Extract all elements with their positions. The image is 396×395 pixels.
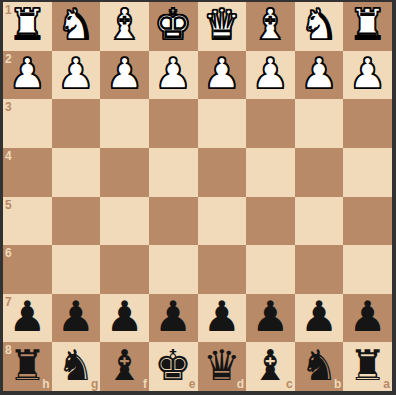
square-g5[interactable]: [52, 197, 101, 246]
chess-board: ♜1♞♝♚♛♝♞♜♟2♟♟♟♟♟♟♟3456♟7♟♟♟♟♟♟♟♜8h♞g♝f♚e…: [3, 2, 392, 391]
piece-black-king[interactable]: ♚: [154, 345, 192, 387]
square-b4[interactable]: [295, 148, 344, 197]
piece-white-knight[interactable]: ♞: [300, 4, 338, 46]
square-h6[interactable]: 6: [3, 245, 52, 294]
square-h3[interactable]: 3: [3, 99, 52, 148]
square-a5[interactable]: [343, 197, 392, 246]
square-b5[interactable]: [295, 197, 344, 246]
piece-black-pawn[interactable]: ♟: [8, 296, 46, 338]
square-e5[interactable]: [149, 197, 198, 246]
square-c2[interactable]: ♟: [246, 51, 295, 100]
piece-white-pawn[interactable]: ♟: [349, 53, 387, 95]
file-label-d: d: [237, 378, 244, 390]
square-c8[interactable]: ♝c: [246, 342, 295, 391]
square-g2[interactable]: ♟: [52, 51, 101, 100]
square-b3[interactable]: [295, 99, 344, 148]
square-g3[interactable]: [52, 99, 101, 148]
square-d7[interactable]: ♟: [198, 294, 247, 343]
square-a4[interactable]: [343, 148, 392, 197]
piece-black-pawn[interactable]: ♟: [300, 296, 338, 338]
rank-label-7: 7: [5, 296, 12, 308]
square-e7[interactable]: ♟: [149, 294, 198, 343]
board-frame: ♜1♞♝♚♛♝♞♜♟2♟♟♟♟♟♟♟3456♟7♟♟♟♟♟♟♟♜8h♞g♝f♚e…: [0, 0, 396, 395]
piece-white-rook[interactable]: ♜: [8, 4, 46, 46]
piece-black-bishop[interactable]: ♝: [106, 345, 144, 387]
square-f3[interactable]: [100, 99, 149, 148]
square-e3[interactable]: [149, 99, 198, 148]
square-b2[interactable]: ♟: [295, 51, 344, 100]
rank-label-5: 5: [5, 199, 12, 211]
piece-white-king[interactable]: ♚: [154, 4, 192, 46]
square-e4[interactable]: [149, 148, 198, 197]
piece-white-knight[interactable]: ♞: [57, 4, 95, 46]
square-d8[interactable]: ♛d: [198, 342, 247, 391]
piece-white-queen[interactable]: ♛: [203, 4, 241, 46]
square-d4[interactable]: [198, 148, 247, 197]
square-h5[interactable]: 5: [3, 197, 52, 246]
rank-label-2: 2: [5, 53, 12, 65]
square-e2[interactable]: ♟: [149, 51, 198, 100]
square-h4[interactable]: 4: [3, 148, 52, 197]
piece-white-rook[interactable]: ♜: [349, 4, 387, 46]
square-e6[interactable]: [149, 245, 198, 294]
file-label-e: e: [189, 378, 196, 390]
piece-white-pawn[interactable]: ♟: [252, 53, 290, 95]
square-f4[interactable]: [100, 148, 149, 197]
square-f7[interactable]: ♟: [100, 294, 149, 343]
piece-white-pawn[interactable]: ♟: [57, 53, 95, 95]
square-e1[interactable]: ♚: [149, 2, 198, 51]
piece-white-pawn[interactable]: ♟: [203, 53, 241, 95]
rank-label-1: 1: [5, 4, 12, 16]
piece-black-rook[interactable]: ♜: [349, 345, 387, 387]
square-g8[interactable]: ♞g: [52, 342, 101, 391]
square-b6[interactable]: [295, 245, 344, 294]
square-d6[interactable]: [198, 245, 247, 294]
piece-black-bishop[interactable]: ♝: [252, 345, 290, 387]
square-g7[interactable]: ♟: [52, 294, 101, 343]
square-d5[interactable]: [198, 197, 247, 246]
piece-black-queen[interactable]: ♛: [203, 345, 241, 387]
square-a2[interactable]: ♟: [343, 51, 392, 100]
file-label-h: h: [42, 378, 49, 390]
square-c5[interactable]: [246, 197, 295, 246]
square-c7[interactable]: ♟: [246, 294, 295, 343]
piece-black-pawn[interactable]: ♟: [154, 296, 192, 338]
rank-label-4: 4: [5, 150, 12, 162]
square-f1[interactable]: ♝: [100, 2, 149, 51]
piece-white-pawn[interactable]: ♟: [106, 53, 144, 95]
rank-label-6: 6: [5, 247, 12, 259]
piece-white-bishop[interactable]: ♝: [252, 4, 290, 46]
piece-black-knight[interactable]: ♞: [57, 345, 95, 387]
piece-black-pawn[interactable]: ♟: [252, 296, 290, 338]
square-e8[interactable]: ♚e: [149, 342, 198, 391]
square-h8[interactable]: ♜8h: [3, 342, 52, 391]
square-g6[interactable]: [52, 245, 101, 294]
piece-black-pawn[interactable]: ♟: [349, 296, 387, 338]
square-b1[interactable]: ♞: [295, 2, 344, 51]
piece-white-pawn[interactable]: ♟: [154, 53, 192, 95]
square-c6[interactable]: [246, 245, 295, 294]
square-h1[interactable]: ♜1: [3, 2, 52, 51]
piece-black-pawn[interactable]: ♟: [106, 296, 144, 338]
square-d2[interactable]: ♟: [198, 51, 247, 100]
square-f5[interactable]: [100, 197, 149, 246]
square-d3[interactable]: [198, 99, 247, 148]
square-h7[interactable]: ♟7: [3, 294, 52, 343]
square-b7[interactable]: ♟: [295, 294, 344, 343]
square-d1[interactable]: ♛: [198, 2, 247, 51]
square-a7[interactable]: ♟: [343, 294, 392, 343]
file-label-a: a: [383, 378, 390, 390]
file-label-c: c: [286, 378, 293, 390]
square-c1[interactable]: ♝: [246, 2, 295, 51]
piece-black-pawn[interactable]: ♟: [203, 296, 241, 338]
piece-black-pawn[interactable]: ♟: [57, 296, 95, 338]
rank-label-8: 8: [5, 344, 12, 356]
piece-white-pawn[interactable]: ♟: [300, 53, 338, 95]
square-h2[interactable]: ♟2: [3, 51, 52, 100]
square-g1[interactable]: ♞: [52, 2, 101, 51]
square-b8[interactable]: ♞b: [295, 342, 344, 391]
piece-black-rook[interactable]: ♜: [8, 345, 46, 387]
square-f6[interactable]: [100, 245, 149, 294]
square-g4[interactable]: [52, 148, 101, 197]
file-label-g: g: [91, 378, 98, 390]
rank-label-3: 3: [5, 101, 12, 113]
square-f2[interactable]: ♟: [100, 51, 149, 100]
piece-black-knight[interactable]: ♞: [300, 345, 338, 387]
square-a8[interactable]: ♜a: [343, 342, 392, 391]
square-a6[interactable]: [343, 245, 392, 294]
square-a3[interactable]: [343, 99, 392, 148]
square-c4[interactable]: [246, 148, 295, 197]
file-label-f: f: [143, 378, 147, 390]
square-f8[interactable]: ♝f: [100, 342, 149, 391]
piece-white-bishop[interactable]: ♝: [106, 4, 144, 46]
square-c3[interactable]: [246, 99, 295, 148]
file-label-b: b: [334, 378, 341, 390]
square-a1[interactable]: ♜: [343, 2, 392, 51]
piece-white-pawn[interactable]: ♟: [8, 53, 46, 95]
